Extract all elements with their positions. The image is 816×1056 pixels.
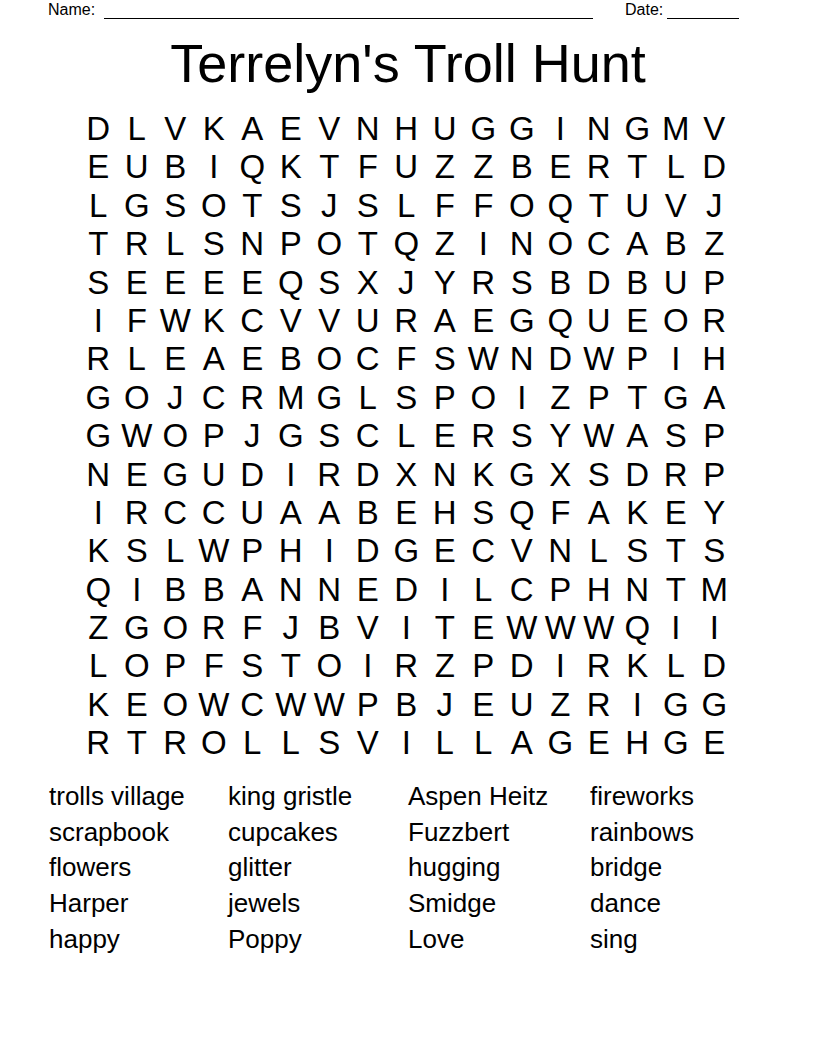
grid-cell[interactable]: E bbox=[156, 264, 195, 302]
grid-cell[interactable]: I bbox=[464, 225, 503, 263]
grid-cell[interactable]: T bbox=[657, 532, 696, 570]
grid-cell[interactable]: Q bbox=[503, 494, 542, 532]
grid-cell[interactable]: Q bbox=[79, 571, 118, 609]
grid-cell[interactable]: S bbox=[310, 724, 349, 762]
grid-cell[interactable]: Z bbox=[464, 148, 503, 186]
grid-cell[interactable]: L bbox=[156, 225, 195, 263]
grid-cell[interactable]: L bbox=[387, 187, 426, 225]
grid-cell[interactable]: T bbox=[118, 724, 157, 762]
grid-cell[interactable]: T bbox=[310, 148, 349, 186]
grid-cell[interactable]: O bbox=[156, 417, 195, 455]
grid-cell[interactable]: E bbox=[272, 110, 311, 148]
grid-cell[interactable]: U bbox=[657, 264, 696, 302]
grid-cell[interactable]: G bbox=[156, 456, 195, 494]
grid-cell[interactable]: G bbox=[503, 110, 542, 148]
grid-cell[interactable]: A bbox=[426, 302, 465, 340]
grid-cell[interactable]: W bbox=[195, 532, 234, 570]
grid-cell[interactable]: D bbox=[233, 456, 272, 494]
grid-cell[interactable]: C bbox=[233, 302, 272, 340]
grid-cell[interactable]: K bbox=[195, 302, 234, 340]
grid-cell[interactable]: D bbox=[541, 340, 580, 378]
grid-cell[interactable]: B bbox=[272, 340, 311, 378]
grid-cell[interactable]: R bbox=[233, 379, 272, 417]
grid-cell[interactable]: V bbox=[272, 302, 311, 340]
grid-cell[interactable]: M bbox=[657, 110, 696, 148]
grid-cell[interactable]: S bbox=[272, 187, 311, 225]
grid-cell[interactable]: A bbox=[233, 110, 272, 148]
word-list-item: fireworks bbox=[590, 779, 694, 815]
word-list-column: trolls villagescrapbookflowersHarperhapp… bbox=[49, 779, 185, 957]
grid-cell[interactable]: U bbox=[426, 110, 465, 148]
grid-cell[interactable]: S bbox=[118, 532, 157, 570]
grid-cell[interactable]: O bbox=[118, 379, 157, 417]
grid-cell[interactable]: F bbox=[464, 187, 503, 225]
grid-cell[interactable]: W bbox=[580, 340, 619, 378]
grid-cell[interactable]: D bbox=[79, 110, 118, 148]
grid-cell[interactable]: E bbox=[657, 494, 696, 532]
grid-cell[interactable]: F bbox=[349, 148, 388, 186]
grid-cell[interactable]: J bbox=[426, 686, 465, 724]
grid-cell[interactable]: S bbox=[349, 187, 388, 225]
grid-cell[interactable]: G bbox=[118, 609, 157, 647]
grid-cell[interactable]: T bbox=[580, 187, 619, 225]
grid-cell[interactable]: L bbox=[464, 571, 503, 609]
grid-cell[interactable]: V bbox=[503, 532, 542, 570]
grid-cell[interactable]: G bbox=[657, 379, 696, 417]
grid-cell[interactable]: O bbox=[195, 724, 234, 762]
grid-cell[interactable]: G bbox=[503, 456, 542, 494]
word-list-item: king gristle bbox=[228, 779, 352, 815]
grid-cell[interactable]: D bbox=[618, 456, 657, 494]
grid-cell[interactable]: E bbox=[426, 532, 465, 570]
grid-cell[interactable]: T bbox=[618, 148, 657, 186]
grid-cell[interactable]: L bbox=[657, 148, 696, 186]
grid-cell[interactable]: S bbox=[464, 494, 503, 532]
grid-cell[interactable]: O bbox=[195, 187, 234, 225]
grid-cell[interactable]: N bbox=[426, 456, 465, 494]
grid-cell[interactable]: A bbox=[695, 379, 734, 417]
grid-cell[interactable]: G bbox=[657, 724, 696, 762]
grid-cell[interactable]: P bbox=[618, 340, 657, 378]
grid-cell[interactable]: T bbox=[272, 647, 311, 685]
grid-cell[interactable]: A bbox=[618, 225, 657, 263]
grid-cell[interactable]: H bbox=[426, 494, 465, 532]
grid-cell[interactable]: S bbox=[503, 264, 542, 302]
grid-cell[interactable]: I bbox=[695, 609, 734, 647]
grid-cell[interactable]: L bbox=[118, 110, 157, 148]
grid-cell[interactable]: O bbox=[310, 647, 349, 685]
grid-cell[interactable]: D bbox=[349, 532, 388, 570]
grid-cell[interactable]: L bbox=[387, 417, 426, 455]
grid-cell[interactable]: V bbox=[349, 724, 388, 762]
grid-cell[interactable]: Z bbox=[426, 148, 465, 186]
grid-cell[interactable]: S bbox=[233, 647, 272, 685]
grid-cell[interactable]: B bbox=[349, 494, 388, 532]
grid-cell[interactable]: U bbox=[118, 148, 157, 186]
grid-cell[interactable]: V bbox=[349, 609, 388, 647]
grid-cell[interactable]: E bbox=[233, 264, 272, 302]
word-list-item: bridge bbox=[590, 850, 694, 886]
grid-cell[interactable]: G bbox=[657, 686, 696, 724]
grid-cell[interactable]: B bbox=[657, 225, 696, 263]
grid-cell[interactable]: U bbox=[618, 187, 657, 225]
grid-cell[interactable]: Q bbox=[618, 609, 657, 647]
grid-cell[interactable]: I bbox=[657, 609, 696, 647]
grid-cell[interactable]: F bbox=[233, 609, 272, 647]
grid-cell[interactable]: T bbox=[618, 379, 657, 417]
grid-cell[interactable]: W bbox=[541, 609, 580, 647]
grid-cell[interactable]: J bbox=[272, 609, 311, 647]
grid-cell[interactable]: S bbox=[310, 417, 349, 455]
grid-cell[interactable]: I bbox=[310, 532, 349, 570]
grid-cell[interactable]: G bbox=[272, 417, 311, 455]
grid-cell[interactable]: I bbox=[118, 571, 157, 609]
grid-cell[interactable]: S bbox=[580, 456, 619, 494]
grid-cell[interactable]: D bbox=[580, 264, 619, 302]
grid-cell[interactable]: P bbox=[580, 379, 619, 417]
grid-cell[interactable]: B bbox=[195, 571, 234, 609]
grid-cell[interactable]: H bbox=[618, 724, 657, 762]
word-search-grid: DLVKAEVNHUGGINGMVEUBIQKTFUZZBERTLDLGSOTS… bbox=[79, 110, 734, 763]
grid-cell[interactable]: M bbox=[695, 571, 734, 609]
grid-cell[interactable]: R bbox=[118, 494, 157, 532]
grid-cell[interactable]: Z bbox=[426, 225, 465, 263]
grid-cell[interactable]: C bbox=[349, 340, 388, 378]
grid-cell[interactable]: K bbox=[618, 647, 657, 685]
grid-cell[interactable]: K bbox=[464, 456, 503, 494]
grid-cell[interactable]: U bbox=[195, 456, 234, 494]
grid-cell[interactable]: N bbox=[541, 532, 580, 570]
grid-cell[interactable]: A bbox=[233, 571, 272, 609]
grid-cell[interactable]: N bbox=[310, 571, 349, 609]
grid-cell[interactable]: S bbox=[310, 264, 349, 302]
grid-cell[interactable]: F bbox=[426, 187, 465, 225]
grid-cell[interactable]: W bbox=[580, 609, 619, 647]
grid-cell[interactable]: N bbox=[272, 571, 311, 609]
grid-cell[interactable]: P bbox=[195, 417, 234, 455]
grid-cell[interactable]: U bbox=[580, 302, 619, 340]
grid-cell[interactable]: Q bbox=[387, 225, 426, 263]
grid-cell[interactable]: L bbox=[156, 532, 195, 570]
grid-cell[interactable]: D bbox=[387, 571, 426, 609]
grid-cell[interactable]: P bbox=[272, 225, 311, 263]
grid-cell[interactable]: V bbox=[310, 302, 349, 340]
grid-cell[interactable]: L bbox=[79, 647, 118, 685]
grid-cell[interactable]: N bbox=[233, 225, 272, 263]
grid-cell[interactable]: L bbox=[272, 724, 311, 762]
grid-cell[interactable]: V bbox=[695, 110, 734, 148]
grid-cell[interactable]: F bbox=[541, 494, 580, 532]
grid-cell[interactable]: G bbox=[464, 110, 503, 148]
grid-cell[interactable]: K bbox=[195, 110, 234, 148]
grid-cell[interactable]: Y bbox=[426, 264, 465, 302]
grid-cell[interactable]: D bbox=[349, 456, 388, 494]
grid-cell[interactable]: G bbox=[503, 302, 542, 340]
grid-cell[interactable]: E bbox=[156, 340, 195, 378]
grid-cell[interactable]: T bbox=[349, 225, 388, 263]
grid-cell[interactable]: R bbox=[387, 302, 426, 340]
grid-cell[interactable]: W bbox=[580, 417, 619, 455]
grid-cell[interactable]: R bbox=[156, 724, 195, 762]
grid-cell[interactable]: U bbox=[387, 148, 426, 186]
grid-cell[interactable]: C bbox=[503, 571, 542, 609]
grid-cell[interactable]: R bbox=[310, 456, 349, 494]
grid-cell[interactable]: D bbox=[695, 647, 734, 685]
grid-cell[interactable]: S bbox=[657, 417, 696, 455]
grid-cell[interactable]: B bbox=[156, 148, 195, 186]
grid-cell[interactable]: O bbox=[156, 609, 195, 647]
grid-cell[interactable]: A bbox=[195, 340, 234, 378]
grid-cell[interactable]: N bbox=[503, 340, 542, 378]
grid-cell[interactable]: P bbox=[464, 647, 503, 685]
grid-cell[interactable]: V bbox=[156, 110, 195, 148]
grid-cell[interactable]: E bbox=[349, 571, 388, 609]
grid-cell[interactable]: I bbox=[541, 110, 580, 148]
word-list-item: glitter bbox=[228, 850, 352, 886]
grid-cell[interactable]: Z bbox=[79, 609, 118, 647]
word-list-item: Aspen Heitz bbox=[408, 779, 548, 815]
grid-cell[interactable]: J bbox=[387, 264, 426, 302]
grid-cell[interactable]: R bbox=[580, 148, 619, 186]
grid-cell[interactable]: R bbox=[195, 609, 234, 647]
grid-cell[interactable]: L bbox=[580, 532, 619, 570]
grid-cell[interactable]: F bbox=[118, 302, 157, 340]
grid-cell[interactable]: C bbox=[195, 494, 234, 532]
grid-cell[interactable]: L bbox=[118, 340, 157, 378]
grid-cell[interactable]: G bbox=[118, 187, 157, 225]
grid-cell[interactable]: R bbox=[387, 647, 426, 685]
grid-cell[interactable]: R bbox=[118, 225, 157, 263]
grid-cell[interactable]: I bbox=[387, 724, 426, 762]
grid-cell[interactable]: A bbox=[272, 494, 311, 532]
grid-cell[interactable]: U bbox=[349, 302, 388, 340]
grid-cell[interactable]: U bbox=[503, 686, 542, 724]
grid-cell[interactable]: R bbox=[79, 340, 118, 378]
grid-cell[interactable]: Z bbox=[541, 379, 580, 417]
grid-cell[interactable]: L bbox=[79, 187, 118, 225]
grid-cell[interactable]: G bbox=[79, 417, 118, 455]
grid-cell[interactable]: S bbox=[503, 417, 542, 455]
grid-cell[interactable]: A bbox=[310, 494, 349, 532]
grid-cell[interactable]: P bbox=[695, 264, 734, 302]
grid-cell[interactable]: E bbox=[695, 724, 734, 762]
grid-cell[interactable]: E bbox=[541, 148, 580, 186]
grid-cell[interactable]: L bbox=[657, 647, 696, 685]
grid-cell[interactable]: C bbox=[349, 417, 388, 455]
grid-cell[interactable]: S bbox=[195, 225, 234, 263]
grid-cell[interactable]: P bbox=[541, 571, 580, 609]
grid-cell[interactable]: P bbox=[426, 379, 465, 417]
grid-cell[interactable]: Z bbox=[695, 225, 734, 263]
grid-cell[interactable]: R bbox=[79, 724, 118, 762]
grid-cell[interactable]: W bbox=[195, 686, 234, 724]
word-list: trolls villagescrapbookflowersHarperhapp… bbox=[0, 779, 816, 961]
grid-cell[interactable]: M bbox=[272, 379, 311, 417]
grid-cell[interactable]: D bbox=[695, 148, 734, 186]
grid-cell[interactable]: R bbox=[580, 647, 619, 685]
grid-cell[interactable]: W bbox=[272, 686, 311, 724]
grid-cell[interactable]: J bbox=[233, 417, 272, 455]
grid-cell[interactable]: O bbox=[657, 302, 696, 340]
grid-cell[interactable]: E bbox=[118, 264, 157, 302]
grid-cell[interactable]: X bbox=[541, 456, 580, 494]
grid-cell[interactable]: Y bbox=[695, 494, 734, 532]
grid-cell[interactable]: E bbox=[426, 417, 465, 455]
grid-cell[interactable]: N bbox=[349, 110, 388, 148]
grid-cell[interactable]: N bbox=[503, 225, 542, 263]
grid-cell[interactable]: B bbox=[541, 264, 580, 302]
date-input-line[interactable] bbox=[667, 0, 739, 19]
grid-cell[interactable]: C bbox=[580, 225, 619, 263]
grid-cell[interactable]: K bbox=[272, 148, 311, 186]
grid-cell[interactable]: N bbox=[79, 456, 118, 494]
grid-cell[interactable]: G bbox=[79, 379, 118, 417]
grid-cell[interactable]: B bbox=[310, 609, 349, 647]
grid-cell[interactable]: T bbox=[426, 609, 465, 647]
grid-cell[interactable]: G bbox=[695, 686, 734, 724]
grid-cell[interactable]: I bbox=[618, 686, 657, 724]
grid-cell[interactable]: S bbox=[426, 340, 465, 378]
grid-cell[interactable]: E bbox=[233, 340, 272, 378]
grid-cell[interactable]: V bbox=[657, 187, 696, 225]
grid-cell[interactable]: W bbox=[310, 686, 349, 724]
grid-cell[interactable]: G bbox=[387, 532, 426, 570]
grid-cell[interactable]: B bbox=[618, 264, 657, 302]
grid-cell[interactable]: E bbox=[79, 148, 118, 186]
grid-cell[interactable]: O bbox=[310, 340, 349, 378]
name-input-line[interactable] bbox=[104, 0, 593, 19]
grid-cell[interactable]: O bbox=[156, 686, 195, 724]
grid-cell[interactable]: A bbox=[618, 417, 657, 455]
grid-cell[interactable]: T bbox=[657, 571, 696, 609]
grid-cell[interactable]: L bbox=[426, 724, 465, 762]
grid-cell[interactable]: E bbox=[195, 264, 234, 302]
grid-cell[interactable]: S bbox=[695, 532, 734, 570]
grid-cell[interactable]: C bbox=[156, 494, 195, 532]
grid-cell[interactable]: C bbox=[195, 379, 234, 417]
grid-cell[interactable]: I bbox=[349, 647, 388, 685]
grid-cell[interactable]: I bbox=[657, 340, 696, 378]
grid-cell[interactable]: O bbox=[503, 187, 542, 225]
grid-cell[interactable]: I bbox=[503, 379, 542, 417]
grid-cell[interactable]: F bbox=[195, 647, 234, 685]
grid-cell[interactable]: E bbox=[464, 302, 503, 340]
grid-cell[interactable]: Q bbox=[233, 148, 272, 186]
grid-cell[interactable]: W bbox=[156, 302, 195, 340]
grid-cell[interactable]: H bbox=[580, 571, 619, 609]
grid-cell[interactable]: R bbox=[464, 417, 503, 455]
grid-cell[interactable]: E bbox=[118, 686, 157, 724]
grid-cell[interactable]: V bbox=[310, 110, 349, 148]
grid-cell[interactable]: R bbox=[695, 302, 734, 340]
grid-cell[interactable]: H bbox=[695, 340, 734, 378]
grid-cell[interactable]: I bbox=[541, 647, 580, 685]
grid-cell[interactable]: L bbox=[464, 724, 503, 762]
grid-cell[interactable]: W bbox=[503, 609, 542, 647]
grid-cell[interactable]: H bbox=[272, 532, 311, 570]
grid-cell[interactable]: I bbox=[272, 456, 311, 494]
grid-cell[interactable]: O bbox=[310, 225, 349, 263]
grid-cell[interactable]: W bbox=[464, 340, 503, 378]
grid-cell[interactable]: E bbox=[580, 724, 619, 762]
grid-cell[interactable]: J bbox=[310, 187, 349, 225]
grid-cell[interactable]: I bbox=[426, 571, 465, 609]
grid-cell[interactable]: G bbox=[618, 110, 657, 148]
grid-cell[interactable]: E bbox=[464, 686, 503, 724]
grid-cell[interactable]: T bbox=[79, 225, 118, 263]
grid-cell[interactable]: A bbox=[580, 494, 619, 532]
grid-cell[interactable]: W bbox=[118, 417, 157, 455]
grid-cell[interactable]: R bbox=[657, 456, 696, 494]
grid-cell[interactable]: G bbox=[310, 379, 349, 417]
grid-cell[interactable]: S bbox=[387, 379, 426, 417]
grid-cell[interactable]: Z bbox=[426, 647, 465, 685]
grid-cell[interactable]: C bbox=[464, 532, 503, 570]
grid-cell[interactable]: I bbox=[79, 494, 118, 532]
grid-cell[interactable]: I bbox=[79, 302, 118, 340]
grid-cell[interactable]: J bbox=[695, 187, 734, 225]
grid-cell[interactable]: S bbox=[79, 264, 118, 302]
grid-cell[interactable]: H bbox=[387, 110, 426, 148]
grid-cell[interactable]: I bbox=[195, 148, 234, 186]
grid-cell[interactable]: O bbox=[118, 647, 157, 685]
grid-cell[interactable]: Q bbox=[541, 187, 580, 225]
grid-cell[interactable]: Q bbox=[541, 302, 580, 340]
grid-cell[interactable]: K bbox=[618, 494, 657, 532]
grid-cell[interactable]: E bbox=[118, 456, 157, 494]
grid-cell[interactable]: P bbox=[695, 417, 734, 455]
grid-cell[interactable]: I bbox=[387, 609, 426, 647]
grid-cell[interactable]: A bbox=[503, 724, 542, 762]
grid-cell[interactable]: B bbox=[387, 686, 426, 724]
grid-cell[interactable]: P bbox=[156, 647, 195, 685]
grid-cell[interactable]: C bbox=[233, 686, 272, 724]
grid-cell[interactable]: S bbox=[156, 187, 195, 225]
grid-cell[interactable]: K bbox=[79, 686, 118, 724]
grid-cell[interactable]: P bbox=[695, 456, 734, 494]
grid-cell[interactable]: L bbox=[233, 724, 272, 762]
grid-cell[interactable]: T bbox=[233, 187, 272, 225]
grid-cell[interactable]: U bbox=[233, 494, 272, 532]
grid-cell[interactable]: X bbox=[349, 264, 388, 302]
grid-cell[interactable]: N bbox=[580, 110, 619, 148]
grid-cell[interactable]: L bbox=[349, 379, 388, 417]
grid-cell[interactable]: P bbox=[349, 686, 388, 724]
grid-cell[interactable]: X bbox=[387, 456, 426, 494]
grid-cell[interactable]: E bbox=[464, 609, 503, 647]
grid-cell[interactable]: B bbox=[156, 571, 195, 609]
grid-cell[interactable]: Y bbox=[541, 417, 580, 455]
grid-cell[interactable]: R bbox=[464, 264, 503, 302]
grid-cell[interactable]: Z bbox=[541, 686, 580, 724]
grid-cell[interactable]: O bbox=[541, 225, 580, 263]
grid-cell[interactable]: E bbox=[618, 302, 657, 340]
name-label: Name: bbox=[48, 1, 95, 19]
grid-cell[interactable]: S bbox=[618, 532, 657, 570]
grid-cell[interactable]: P bbox=[233, 532, 272, 570]
grid-cell[interactable]: O bbox=[464, 379, 503, 417]
grid-cell[interactable]: Q bbox=[272, 264, 311, 302]
grid-cell[interactable]: K bbox=[79, 532, 118, 570]
grid-cell[interactable]: F bbox=[387, 340, 426, 378]
grid-cell[interactable]: D bbox=[503, 647, 542, 685]
grid-cell[interactable]: N bbox=[618, 571, 657, 609]
grid-cell[interactable]: G bbox=[541, 724, 580, 762]
grid-cell[interactable]: R bbox=[580, 686, 619, 724]
grid-cell[interactable]: B bbox=[503, 148, 542, 186]
grid-cell[interactable]: E bbox=[387, 494, 426, 532]
grid-cell[interactable]: J bbox=[156, 379, 195, 417]
